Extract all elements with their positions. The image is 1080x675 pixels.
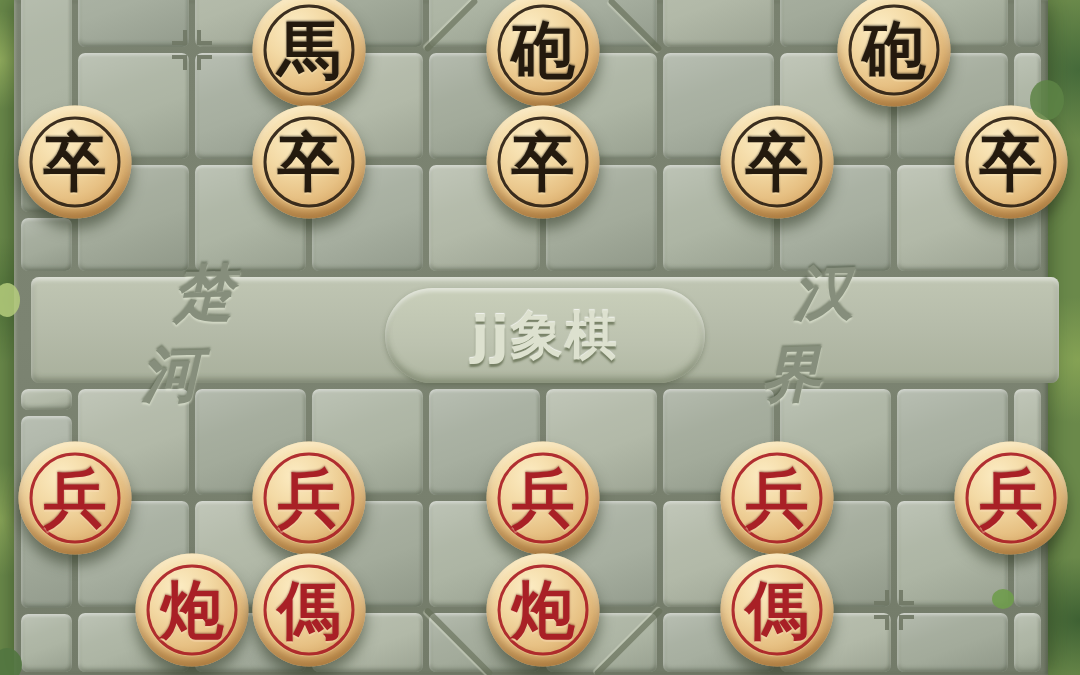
black-soldier-g3[interactable]: 卒 [721, 106, 834, 219]
game-screen: 楚 河 jj象棋 汉 界 馬砲砲卒卒卒卒卒兵兵兵兵兵炮傌炮傌 [0, 0, 1080, 675]
stone-tile [663, 0, 774, 47]
river-label-han-jie: 汉 界 [759, 280, 992, 386]
piece-glyph: 卒 [487, 106, 600, 219]
stone-tile [21, 218, 72, 271]
piece-glyph: 傌 [253, 554, 366, 667]
stone-tile [1014, 613, 1041, 672]
stone-tile [1014, 0, 1041, 47]
piece-glyph: 砲 [487, 0, 600, 107]
river-label-chu-he: 楚 河 [139, 280, 372, 386]
black-cannon-e2[interactable]: 砲 [487, 0, 600, 107]
grass-tuft [992, 589, 1014, 609]
piece-glyph: 卒 [955, 106, 1068, 219]
red-cannon-start-point-marker [866, 582, 922, 638]
piece-glyph: 兵 [19, 442, 132, 555]
red-cannon-b7[interactable]: 炮 [136, 554, 249, 667]
logo-text: jj象棋 [471, 301, 619, 371]
piece-glyph: 卒 [721, 106, 834, 219]
black-soldier-c3[interactable]: 卒 [253, 106, 366, 219]
red-cannon-e7[interactable]: 炮 [487, 554, 600, 667]
red-horse-g7[interactable]: 傌 [721, 554, 834, 667]
piece-glyph: 兵 [487, 442, 600, 555]
red-soldier-e6[interactable]: 兵 [487, 442, 600, 555]
black-cannon-h2[interactable]: 砲 [838, 0, 951, 107]
black-soldier-a3[interactable]: 卒 [19, 106, 132, 219]
piece-glyph: 傌 [721, 554, 834, 667]
black-soldier-i3[interactable]: 卒 [955, 106, 1068, 219]
black-cannon-start-point-marker [164, 22, 220, 78]
red-horse-c7[interactable]: 傌 [253, 554, 366, 667]
black-soldier-e3[interactable]: 卒 [487, 106, 600, 219]
piece-glyph: 兵 [955, 442, 1068, 555]
red-soldier-c6[interactable]: 兵 [253, 442, 366, 555]
piece-glyph: 炮 [136, 554, 249, 667]
red-soldier-a6[interactable]: 兵 [19, 442, 132, 555]
piece-glyph: 炮 [487, 554, 600, 667]
piece-glyph: 兵 [721, 442, 834, 555]
black-horse-c2[interactable]: 馬 [253, 0, 366, 107]
piece-glyph: 馬 [253, 0, 366, 107]
jj-xiangqi-logo: jj象棋 [385, 288, 705, 383]
stone-tile [21, 389, 72, 410]
piece-glyph: 卒 [19, 106, 132, 219]
piece-glyph: 卒 [253, 106, 366, 219]
piece-glyph: 兵 [253, 442, 366, 555]
grass-tuft [1030, 80, 1064, 120]
red-soldier-g6[interactable]: 兵 [721, 442, 834, 555]
piece-glyph: 砲 [838, 0, 951, 107]
stone-tile [21, 614, 72, 672]
red-soldier-i6[interactable]: 兵 [955, 442, 1068, 555]
